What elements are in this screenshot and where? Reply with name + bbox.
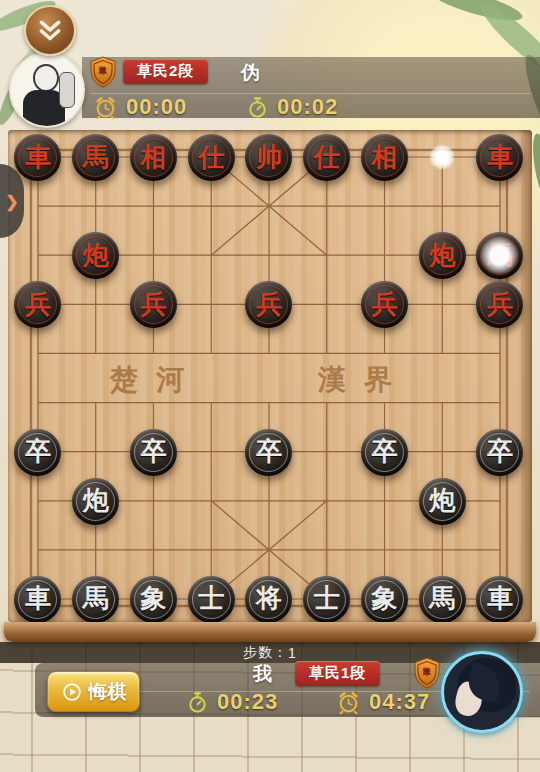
piece-glyph: 炮: [83, 242, 109, 268]
piece-black-elephant[interactable]: 象: [130, 576, 177, 623]
opponent-move-timer: 00:02: [246, 94, 338, 120]
my-move-time: 00:23: [217, 689, 278, 715]
piece-glyph: 士: [314, 585, 340, 611]
piece-black-advisor[interactable]: 士: [188, 576, 235, 623]
piece-red-chariot[interactable]: 車: [476, 134, 523, 181]
piece-glyph: 卒: [371, 438, 397, 464]
piece-glyph: 車: [487, 585, 513, 611]
alarm-clock-icon: [336, 690, 361, 715]
piece-glyph: 帅: [256, 144, 282, 170]
opponent-move-time: 00:02: [277, 94, 338, 120]
piece-red-cannon[interactable]: 炮: [419, 232, 466, 279]
piece-black-chariot[interactable]: 車: [476, 576, 523, 623]
piece-glyph: 将: [256, 585, 282, 611]
piece-glyph: 仕: [198, 144, 224, 170]
piece-glyph: 士: [198, 585, 224, 611]
undo-button-label: 悔棋: [89, 679, 127, 705]
piece-glyph: 馬: [429, 585, 455, 611]
board-front-edge: [4, 622, 536, 642]
piece-glyph: 象: [371, 585, 397, 611]
opponent-total-time: 00:00: [126, 94, 187, 120]
opponent-name: 伪: [241, 60, 260, 86]
piece-glyph: 兵: [25, 291, 51, 317]
piece-grid: 車馬相仕帅仕相車炮炮馬兵兵兵兵兵卒卒卒卒卒炮炮車馬象士将士象馬車: [9, 133, 529, 624]
piece-red-cannon[interactable]: 炮: [72, 232, 119, 279]
piece-black-soldier[interactable]: 卒: [361, 429, 408, 476]
piece-black-soldier[interactable]: 卒: [14, 429, 61, 476]
board-surface[interactable]: 楚河 漢界 車馬相仕帅仕相車炮炮馬兵兵兵兵兵卒卒卒卒卒炮炮車馬象士将士象馬車: [8, 130, 532, 622]
piece-red-elephant[interactable]: 相: [361, 134, 408, 181]
piece-glyph: 象: [140, 585, 166, 611]
piece-glyph: 炮: [83, 487, 109, 513]
piece-glyph: 兵: [140, 291, 166, 317]
game-screen: 楚河 漢界 車馬相仕帅仕相車炮炮馬兵兵兵兵兵卒卒卒卒卒炮炮車馬象士将士象馬車 步…: [0, 0, 540, 772]
piece-black-horse[interactable]: 馬: [72, 576, 119, 623]
piece-glyph: 馬: [487, 242, 513, 268]
piece-glyph: 卒: [487, 438, 513, 464]
piece-glyph: 車: [25, 144, 51, 170]
piece-glyph: 馬: [83, 585, 109, 611]
piece-red-general[interactable]: 帅: [245, 134, 292, 181]
piece-glyph: 兵: [487, 291, 513, 317]
my-total-timer: 04:37: [336, 689, 430, 715]
piece-black-elephant[interactable]: 象: [361, 576, 408, 623]
piece-glyph: 卒: [256, 438, 282, 464]
piece-black-soldier[interactable]: 卒: [130, 429, 177, 476]
piece-red-soldier[interactable]: 兵: [361, 281, 408, 328]
avatar-sketch: [33, 64, 59, 92]
opponent-avatar[interactable]: [9, 52, 85, 128]
piece-black-general[interactable]: 将: [245, 576, 292, 623]
piece-red-horse[interactable]: 馬: [72, 134, 119, 181]
stopwatch-icon: [186, 690, 209, 715]
avatar-sketch: [59, 72, 75, 108]
piece-red-soldier[interactable]: 兵: [245, 281, 292, 328]
my-rank-shield-icon: 草民: [412, 657, 442, 689]
piece-glyph: 相: [140, 144, 166, 170]
alarm-clock-icon: [93, 95, 118, 120]
my-avatar[interactable]: [441, 651, 523, 733]
piece-black-soldier[interactable]: 卒: [245, 429, 292, 476]
piece-black-cannon[interactable]: 炮: [72, 478, 119, 525]
piece-red-soldier[interactable]: 兵: [130, 281, 177, 328]
piece-glyph: 馬: [83, 144, 109, 170]
my-move-timer: 00:23: [186, 689, 278, 715]
move-counter-label: 步数：: [243, 644, 288, 662]
double-chevron-down-icon: [35, 16, 65, 46]
piece-glyph: 兵: [256, 291, 282, 317]
piece-glyph: 卒: [140, 438, 166, 464]
my-label: 我: [253, 661, 272, 687]
piece-black-soldier[interactable]: 卒: [476, 429, 523, 476]
piece-glyph: 炮: [429, 487, 455, 513]
piece-red-soldier[interactable]: 兵: [14, 281, 61, 328]
piece-black-advisor[interactable]: 士: [303, 576, 350, 623]
collapse-button[interactable]: [24, 5, 76, 56]
piece-glyph: 兵: [371, 291, 397, 317]
undo-button[interactable]: 悔棋: [47, 671, 140, 712]
my-rank-badge: 草民1段: [295, 661, 380, 686]
piece-glyph: 仕: [314, 144, 340, 170]
piece-glyph: 相: [371, 144, 397, 170]
piece-glyph: 車: [25, 585, 51, 611]
piece-black-cannon[interactable]: 炮: [419, 478, 466, 525]
piece-glyph: 炮: [429, 242, 455, 268]
my-total-time: 04:37: [369, 689, 430, 715]
chevron-right-icon: ❯: [5, 192, 18, 211]
piece-red-elephant[interactable]: 相: [130, 134, 177, 181]
opponent-total-timer: 00:00: [93, 94, 187, 120]
piece-red-advisor[interactable]: 仕: [303, 134, 350, 181]
opponent-rank-shield-icon: 草民: [88, 56, 118, 88]
stopwatch-icon: [246, 95, 269, 120]
piece-red-advisor[interactable]: 仕: [188, 134, 235, 181]
piece-red-chariot[interactable]: 車: [14, 134, 61, 181]
undo-play-icon: [61, 681, 83, 703]
piece-red-horse[interactable]: 馬: [476, 232, 523, 279]
piece-black-chariot[interactable]: 車: [14, 576, 61, 623]
piece-red-soldier[interactable]: 兵: [476, 281, 523, 328]
piece-glyph: 車: [487, 144, 513, 170]
piece-glyph: 卒: [25, 438, 51, 464]
move-counter-value: 1: [288, 645, 297, 661]
piece-black-horse[interactable]: 馬: [419, 576, 466, 623]
opponent-rank-badge: 草民2段: [123, 59, 208, 84]
